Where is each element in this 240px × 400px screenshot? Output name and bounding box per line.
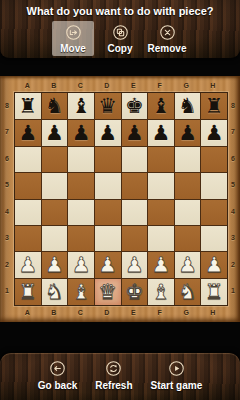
square-e7[interactable]: ♟ xyxy=(122,120,148,146)
square-c6[interactable] xyxy=(68,147,94,172)
file-label-d-top: D xyxy=(94,80,121,90)
square-d1[interactable]: ♛ xyxy=(95,279,121,305)
piece-black-bishop: ♝ xyxy=(72,93,91,119)
square-e2[interactable]: ♟ xyxy=(122,252,148,278)
move-button-label: Move xyxy=(60,43,86,54)
square-g1[interactable]: ♞ xyxy=(175,279,201,305)
square-a6[interactable] xyxy=(15,147,41,172)
file-label-e-bottom: E xyxy=(120,307,147,317)
rank-label-4-left: 4 xyxy=(1,198,13,225)
rank-label-3-left: 3 xyxy=(1,225,13,252)
file-label-f-bottom: F xyxy=(147,307,174,317)
piece-black-pawn: ♟ xyxy=(178,120,197,146)
piece-white-pawn: ♟ xyxy=(18,252,37,278)
square-f8[interactable]: ♝ xyxy=(148,93,174,119)
rank-labels-left: 87654321 xyxy=(1,92,13,304)
square-c8[interactable]: ♝ xyxy=(68,93,94,119)
piece-black-pawn: ♟ xyxy=(125,120,144,146)
rank-label-3-right: 3 xyxy=(227,225,239,252)
square-a1[interactable]: ♜ xyxy=(15,279,41,305)
dialog-button-row: Move Copy Remove xyxy=(0,21,240,56)
square-c7[interactable]: ♟ xyxy=(68,120,94,146)
bottom-action-bar: Go back Refresh Start game xyxy=(0,353,240,400)
piece-white-knight: ♞ xyxy=(45,279,64,305)
file-label-b-top: B xyxy=(41,80,68,90)
square-d8[interactable]: ♛ xyxy=(95,93,121,119)
square-g6[interactable] xyxy=(175,147,201,172)
square-f6[interactable] xyxy=(148,147,174,172)
chess-board: ♜♞♝♛♚♝♞♜♟♟♟♟♟♟♟♟♟♟♟♟♟♟♟♟♜♞♝♛♚♝♞♜ xyxy=(14,92,228,306)
square-a3[interactable] xyxy=(15,226,41,251)
square-h3[interactable] xyxy=(201,226,227,251)
go-back-button[interactable]: Go back xyxy=(36,358,79,393)
square-e1[interactable]: ♚ xyxy=(122,279,148,305)
square-g3[interactable] xyxy=(175,226,201,251)
piece-black-pawn: ♟ xyxy=(72,120,91,146)
copy-button[interactable]: Copy xyxy=(99,21,141,56)
piece-black-pawn: ♟ xyxy=(45,120,64,146)
square-e8[interactable]: ♚ xyxy=(122,93,148,119)
square-a8[interactable]: ♜ xyxy=(15,93,41,119)
piece-white-pawn: ♟ xyxy=(205,252,224,278)
square-h8[interactable]: ♜ xyxy=(201,93,227,119)
square-d6[interactable] xyxy=(95,147,121,172)
bottom-button-row: Go back Refresh Start game xyxy=(0,358,240,393)
square-d4[interactable] xyxy=(95,200,121,225)
rank-label-5-right: 5 xyxy=(227,172,239,199)
piece-white-rook: ♜ xyxy=(205,279,224,305)
rank-label-1-right: 1 xyxy=(227,278,239,305)
piece-white-queen: ♛ xyxy=(98,279,117,305)
square-a2[interactable]: ♟ xyxy=(15,252,41,278)
rank-label-1-left: 1 xyxy=(1,278,13,305)
piece-white-pawn: ♟ xyxy=(72,252,91,278)
square-f3[interactable] xyxy=(148,226,174,251)
refresh-button[interactable]: Refresh xyxy=(93,358,134,393)
square-h1[interactable]: ♜ xyxy=(201,279,227,305)
square-e6[interactable] xyxy=(122,147,148,172)
refresh-icon xyxy=(105,360,122,377)
file-label-h-bottom: H xyxy=(200,307,227,317)
rank-label-2-left: 2 xyxy=(1,251,13,278)
square-c1[interactable]: ♝ xyxy=(68,279,94,305)
square-h7[interactable]: ♟ xyxy=(201,120,227,146)
square-h5[interactable] xyxy=(201,173,227,198)
square-e3[interactable] xyxy=(122,226,148,251)
piece-white-pawn: ♟ xyxy=(178,252,197,278)
square-h2[interactable]: ♟ xyxy=(201,252,227,278)
square-c2[interactable]: ♟ xyxy=(68,252,94,278)
piece-white-pawn: ♟ xyxy=(152,252,171,278)
square-g2[interactable]: ♟ xyxy=(175,252,201,278)
square-g7[interactable]: ♟ xyxy=(175,120,201,146)
remove-button-label: Remove xyxy=(148,43,187,54)
piece-black-pawn: ♟ xyxy=(98,120,117,146)
start-game-button[interactable]: Start game xyxy=(149,358,205,393)
rank-label-7-right: 7 xyxy=(227,119,239,146)
square-b1[interactable]: ♞ xyxy=(42,279,68,305)
square-a7[interactable]: ♟ xyxy=(15,120,41,146)
rank-label-6-right: 6 xyxy=(227,145,239,172)
remove-button[interactable]: Remove xyxy=(146,21,188,56)
piece-white-pawn: ♟ xyxy=(98,252,117,278)
square-b3[interactable] xyxy=(42,226,68,251)
square-b6[interactable] xyxy=(42,147,68,172)
piece-white-king: ♚ xyxy=(125,279,144,305)
piece-white-bishop: ♝ xyxy=(72,279,91,305)
square-c3[interactable] xyxy=(68,226,94,251)
square-g8[interactable]: ♞ xyxy=(175,93,201,119)
piece-black-pawn: ♟ xyxy=(152,120,171,146)
move-button[interactable]: Move xyxy=(52,21,94,56)
square-a4[interactable] xyxy=(15,200,41,225)
file-label-a-top: A xyxy=(14,80,41,90)
go-back-button-label: Go back xyxy=(38,380,77,391)
square-g5[interactable] xyxy=(175,173,201,198)
rank-label-4-right: 4 xyxy=(227,198,239,225)
play-icon xyxy=(168,360,185,377)
piece-black-rook: ♜ xyxy=(18,93,37,119)
refresh-button-label: Refresh xyxy=(95,380,132,391)
square-f7[interactable]: ♟ xyxy=(148,120,174,146)
square-b5[interactable] xyxy=(42,173,68,198)
file-label-g-top: G xyxy=(173,80,200,90)
square-d3[interactable] xyxy=(95,226,121,251)
square-f4[interactable] xyxy=(148,200,174,225)
square-e5[interactable] xyxy=(122,173,148,198)
rank-label-8-left: 8 xyxy=(1,92,13,119)
file-label-b-bottom: B xyxy=(41,307,68,317)
rank-labels-right: 87654321 xyxy=(227,92,239,304)
file-label-c-top: C xyxy=(67,80,94,90)
piece-black-queen: ♛ xyxy=(98,93,117,119)
file-label-h-top: H xyxy=(200,80,227,90)
rank-label-2-right: 2 xyxy=(227,251,239,278)
square-f1[interactable]: ♝ xyxy=(148,279,174,305)
piece-black-knight: ♞ xyxy=(178,93,197,119)
square-b2[interactable]: ♟ xyxy=(42,252,68,278)
piece-white-pawn: ♟ xyxy=(125,252,144,278)
file-label-g-bottom: G xyxy=(173,307,200,317)
file-label-f-top: F xyxy=(147,80,174,90)
square-a5[interactable] xyxy=(15,173,41,198)
copy-button-label: Copy xyxy=(108,43,133,54)
chess-board-frame: ABCDEFGH 87654321 ♜♞♝♛♚♝♞♜♟♟♟♟♟♟♟♟♟♟♟♟♟♟… xyxy=(0,76,240,322)
square-f2[interactable]: ♟ xyxy=(148,252,174,278)
square-f5[interactable] xyxy=(148,173,174,198)
piece-black-king: ♚ xyxy=(125,93,144,119)
back-icon xyxy=(49,360,66,377)
piece-black-bishop: ♝ xyxy=(152,93,171,119)
square-c4[interactable] xyxy=(68,200,94,225)
square-b8[interactable]: ♞ xyxy=(42,93,68,119)
piece-black-knight: ♞ xyxy=(45,93,64,119)
file-label-d-bottom: D xyxy=(94,307,121,317)
square-h4[interactable] xyxy=(201,200,227,225)
square-b4[interactable] xyxy=(42,200,68,225)
piece-black-pawn: ♟ xyxy=(205,120,224,146)
square-c5[interactable] xyxy=(68,173,94,198)
file-labels-top: ABCDEFGH xyxy=(14,80,226,90)
file-label-e-top: E xyxy=(120,80,147,90)
square-h6[interactable] xyxy=(201,147,227,172)
rank-label-7-left: 7 xyxy=(1,119,13,146)
piece-white-rook: ♜ xyxy=(18,279,37,305)
move-icon xyxy=(65,24,82,41)
square-e4[interactable] xyxy=(122,200,148,225)
rank-label-6-left: 6 xyxy=(1,145,13,172)
square-d2[interactable]: ♟ xyxy=(95,252,121,278)
piece-action-dialog: What do you want to do with piece? Move … xyxy=(0,0,240,58)
piece-black-pawn: ♟ xyxy=(18,120,37,146)
file-label-c-bottom: C xyxy=(67,307,94,317)
piece-white-knight: ♞ xyxy=(178,279,197,305)
piece-black-rook: ♜ xyxy=(205,93,224,119)
square-d7[interactable]: ♟ xyxy=(95,120,121,146)
copy-icon xyxy=(112,24,129,41)
dialog-title: What do you want to do with piece? xyxy=(0,0,240,17)
rank-label-5-left: 5 xyxy=(1,172,13,199)
chess-app-screen: What do you want to do with piece? Move … xyxy=(0,0,240,400)
remove-icon xyxy=(159,24,176,41)
piece-white-pawn: ♟ xyxy=(45,252,64,278)
square-g4[interactable] xyxy=(175,200,201,225)
rank-label-8-right: 8 xyxy=(227,92,239,119)
file-label-a-bottom: A xyxy=(14,307,41,317)
square-d5[interactable] xyxy=(95,173,121,198)
start-game-button-label: Start game xyxy=(151,380,203,391)
piece-white-bishop: ♝ xyxy=(152,279,171,305)
square-b7[interactable]: ♟ xyxy=(42,120,68,146)
file-labels-bottom: ABCDEFGH xyxy=(14,307,226,317)
